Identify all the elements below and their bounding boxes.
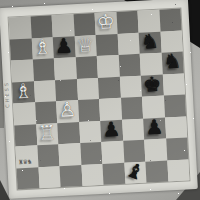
square-h6[interactable]: ♞	[161, 52, 184, 75]
square-a3[interactable]	[14, 124, 37, 147]
piece-black-pawn[interactable]: ♟	[145, 116, 164, 138]
square-d3[interactable]	[79, 120, 102, 143]
square-d1[interactable]	[81, 163, 104, 186]
square-c3[interactable]	[57, 122, 80, 145]
square-h2[interactable]	[166, 137, 189, 160]
square-f3[interactable]	[122, 118, 145, 141]
square-c6[interactable]	[54, 57, 77, 80]
square-e8[interactable]: ♔	[95, 12, 118, 35]
square-a7[interactable]	[10, 38, 33, 61]
piece-black-bishop[interactable]: ♝	[123, 158, 147, 184]
square-g5[interactable]: ♚	[141, 74, 164, 97]
photo-speckles-dark	[0, 0, 1, 1]
piece-white-queen[interactable]: ♕	[76, 34, 95, 56]
square-c1[interactable]	[59, 165, 82, 188]
chessboard-frame: CHESS ♔♗♟♕♞♞♗♚♙♖♟♟♜♛♞♝	[0, 0, 198, 199]
square-a4[interactable]	[13, 102, 36, 125]
square-f5[interactable]	[119, 75, 142, 98]
piece-white-king[interactable]: ♔	[96, 11, 115, 33]
square-f4[interactable]	[120, 97, 143, 120]
square-h8[interactable]	[159, 9, 182, 32]
piece-black-knight[interactable]: ♞	[140, 31, 159, 53]
square-h1[interactable]	[167, 159, 190, 182]
square-d7[interactable]: ♕	[74, 35, 97, 58]
square-g3[interactable]: ♟	[143, 117, 166, 140]
piece-black-knight[interactable]: ♞	[163, 51, 182, 73]
square-e7[interactable]	[96, 33, 119, 56]
piece-black-pawn[interactable]: ♟	[54, 35, 73, 57]
square-a8[interactable]	[9, 16, 32, 39]
square-d4[interactable]	[78, 99, 101, 122]
square-b5[interactable]	[33, 80, 56, 103]
square-f6[interactable]	[118, 54, 141, 77]
square-h4[interactable]	[163, 94, 186, 117]
square-c4[interactable]: ♙	[56, 100, 79, 123]
square-e6[interactable]	[97, 55, 120, 78]
square-c2[interactable]	[58, 143, 81, 166]
chessboard[interactable]: ♔♗♟♕♞♞♗♚♙♖♟♟♜♛♞♝	[9, 9, 190, 190]
square-h5[interactable]	[162, 73, 185, 96]
photo-of-chess-board: CHESS ♔♗♟♕♞♞♗♚♙♖♟♟♜♛♞♝	[0, 0, 200, 200]
square-b6[interactable]	[32, 58, 55, 81]
square-e5[interactable]	[98, 76, 121, 99]
piece-white-bishop[interactable]: ♗	[14, 80, 33, 102]
square-e2[interactable]	[101, 141, 124, 164]
square-f7[interactable]	[117, 32, 140, 55]
square-c7[interactable]: ♟	[53, 36, 76, 59]
piece-black-king[interactable]: ♚	[143, 73, 162, 95]
square-g2[interactable]	[144, 139, 167, 162]
board-logo: ♜♛♞	[18, 158, 31, 165]
square-a5[interactable]: ♗	[12, 81, 35, 104]
square-b3[interactable]: ♖	[36, 123, 59, 146]
square-e1[interactable]	[102, 162, 125, 185]
square-d6[interactable]	[75, 56, 98, 79]
square-b2[interactable]	[37, 144, 60, 167]
piece-white-bishop[interactable]: ♗	[33, 36, 52, 58]
square-f1[interactable]: ♝	[124, 161, 147, 184]
square-h3[interactable]	[165, 116, 188, 139]
square-g1[interactable]	[145, 160, 168, 183]
square-b7[interactable]: ♗	[31, 37, 54, 60]
piece-black-pawn[interactable]: ♟	[102, 119, 121, 141]
square-a2[interactable]: ♜♛♞	[15, 145, 38, 168]
square-e3[interactable]: ♟	[100, 119, 123, 142]
piece-white-pawn[interactable]: ♙	[58, 99, 77, 121]
square-f8[interactable]	[116, 11, 139, 34]
piece-white-rook[interactable]: ♖	[37, 122, 56, 144]
square-d2[interactable]	[80, 142, 103, 165]
square-g7[interactable]: ♞	[139, 31, 162, 54]
square-d5[interactable]	[76, 78, 99, 101]
square-a1[interactable]	[17, 167, 40, 190]
square-b1[interactable]	[38, 166, 61, 189]
